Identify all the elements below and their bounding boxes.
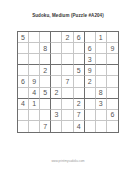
cell-r3c2 <box>29 54 40 65</box>
cell-r3c4 <box>51 54 62 65</box>
cell-r1c5: 2 <box>62 32 73 43</box>
given-digit: 3 <box>88 56 92 63</box>
given-digit: 1 <box>99 34 103 41</box>
cell-r5c9 <box>107 76 118 87</box>
cell-r2c8 <box>96 43 107 54</box>
cell-r8c1 <box>18 110 29 121</box>
cell-r9c7 <box>85 121 96 132</box>
cell-r1c7 <box>85 32 96 43</box>
cell-r2c1 <box>18 43 29 54</box>
given-digit: 6 <box>77 34 81 41</box>
given-digit: 5 <box>21 34 25 41</box>
given-digit: 1 <box>32 100 36 107</box>
given-digit: 9 <box>110 45 114 52</box>
cell-r5c4 <box>51 76 62 87</box>
given-digit: 3 <box>54 111 58 118</box>
cell-r4c9 <box>107 65 118 76</box>
cell-r4c2 <box>29 65 40 76</box>
cell-r8c4: 3 <box>51 110 62 121</box>
cell-r9c4 <box>51 121 62 132</box>
page-title: Sudoku, Medium (Puzzle #A204) <box>0 13 136 18</box>
cell-r9c1 <box>18 121 29 132</box>
cell-r5c2: 9 <box>29 76 40 87</box>
cell-r8c5 <box>62 110 73 121</box>
cell-r6c6 <box>74 88 85 99</box>
given-digit: 6 <box>110 111 114 118</box>
cell-r1c4 <box>51 32 62 43</box>
cell-r4c7: 9 <box>85 65 96 76</box>
cell-r6c9 <box>107 88 118 99</box>
cell-r8c7 <box>85 110 96 121</box>
given-digit: 9 <box>32 78 36 85</box>
cell-r7c7 <box>85 99 96 110</box>
footer-url: www.printmysudoku.com <box>0 159 136 163</box>
cell-r3c8 <box>96 54 107 65</box>
given-digit: 2 <box>77 100 81 107</box>
cell-r9c6: 4 <box>74 121 85 132</box>
given-digit: 9 <box>88 67 92 74</box>
cell-r4c3: 2 <box>40 65 51 76</box>
cell-r7c8: 3 <box>96 99 107 110</box>
cell-r5c1: 6 <box>18 76 29 87</box>
cell-r9c9 <box>107 121 118 132</box>
cell-r8c3 <box>40 110 51 121</box>
cell-r2c6 <box>74 43 85 54</box>
cell-r4c8 <box>96 65 107 76</box>
given-digit: 7 <box>66 78 70 85</box>
given-digit: 7 <box>43 123 47 130</box>
given-digit: 6 <box>21 78 25 85</box>
cell-r5c7: 2 <box>85 76 96 87</box>
printable-sudoku-page: Sudoku, Medium (Puzzle #A204) 5261869325… <box>0 0 136 176</box>
cell-r7c1: 4 <box>18 99 29 110</box>
cell-r5c5: 7 <box>62 76 73 87</box>
given-digit: 4 <box>77 123 81 130</box>
given-digit: 5 <box>77 67 81 74</box>
cell-r6c8: 8 <box>96 88 107 99</box>
cell-r7c2: 1 <box>29 99 40 110</box>
given-digit: 5 <box>43 89 47 96</box>
cell-r1c3 <box>40 32 51 43</box>
cell-r2c9: 9 <box>107 43 118 54</box>
cell-r1c1: 5 <box>18 32 29 43</box>
cell-r6c1 <box>18 88 29 99</box>
cell-r2c4 <box>51 43 62 54</box>
cell-r7c6: 2 <box>74 99 85 110</box>
cell-r3c5 <box>62 54 73 65</box>
cell-r5c3 <box>40 76 51 87</box>
cell-r2c3: 8 <box>40 43 51 54</box>
cell-r9c5 <box>62 121 73 132</box>
cell-r8c8 <box>96 110 107 121</box>
given-digit: 6 <box>88 45 92 52</box>
given-digit: 2 <box>54 89 58 96</box>
cell-r4c1 <box>18 65 29 76</box>
cell-r1c9 <box>107 32 118 43</box>
cell-r3c1 <box>18 54 29 65</box>
cell-r1c8: 1 <box>96 32 107 43</box>
given-digit: 2 <box>43 67 47 74</box>
given-digit: 7 <box>77 111 81 118</box>
cell-r2c5 <box>62 43 73 54</box>
cell-r9c3: 7 <box>40 121 51 132</box>
cell-r4c4 <box>51 65 62 76</box>
cell-r1c2 <box>29 32 40 43</box>
cell-r8c2 <box>29 110 40 121</box>
cell-r3c3 <box>40 54 51 65</box>
cell-r6c7 <box>85 88 96 99</box>
cell-r7c4 <box>51 99 62 110</box>
cell-r3c9 <box>107 54 118 65</box>
cell-r6c5 <box>62 88 73 99</box>
given-digit: 2 <box>88 78 92 85</box>
cell-r2c2 <box>29 43 40 54</box>
cell-r3c7: 3 <box>85 54 96 65</box>
given-digit: 2 <box>66 34 70 41</box>
cell-r7c3 <box>40 99 51 110</box>
given-digit: 3 <box>99 100 103 107</box>
given-digit: 4 <box>32 89 36 96</box>
sudoku-grid: 5261869325969724528412337674 <box>17 31 119 133</box>
cell-r1c6: 6 <box>74 32 85 43</box>
cell-r9c2 <box>29 121 40 132</box>
cell-r8c6: 7 <box>74 110 85 121</box>
cell-r6c4: 2 <box>51 88 62 99</box>
given-digit: 8 <box>99 89 103 96</box>
cell-r3c6 <box>74 54 85 65</box>
cell-r5c6 <box>74 76 85 87</box>
cell-r9c8 <box>96 121 107 132</box>
cell-r6c2: 4 <box>29 88 40 99</box>
cell-r4c6: 5 <box>74 65 85 76</box>
given-digit: 8 <box>43 45 47 52</box>
cell-r7c5 <box>62 99 73 110</box>
cell-r4c5 <box>62 65 73 76</box>
cell-r5c8 <box>96 76 107 87</box>
cell-r2c7: 6 <box>85 43 96 54</box>
cell-r6c3: 5 <box>40 88 51 99</box>
given-digit: 4 <box>21 100 25 107</box>
cell-r8c9: 6 <box>107 110 118 121</box>
cell-r7c9 <box>107 99 118 110</box>
